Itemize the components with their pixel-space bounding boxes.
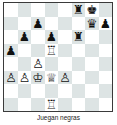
square-h4: [99, 57, 113, 71]
square-d8: [45, 3, 59, 17]
piece-bq-g7: ♛: [86, 17, 97, 30]
piece-bp-a5: ♟: [5, 44, 16, 57]
piece-bp-h7: ♟: [100, 17, 111, 30]
square-a7: [4, 17, 18, 31]
square-h3: [99, 71, 113, 85]
square-a8: [4, 3, 18, 17]
square-e8: [58, 3, 72, 17]
square-f4: [72, 57, 86, 71]
square-e7: [58, 17, 72, 31]
square-h8: [99, 3, 113, 17]
piece-wp-c4: ♙: [32, 57, 43, 70]
piece-bp-b6: ♟: [19, 30, 30, 43]
piece-wr-d5: ♖: [46, 44, 57, 57]
square-a4: [4, 57, 18, 71]
square-b6: ♟: [18, 30, 32, 44]
piece-br-f6: ♜: [73, 30, 84, 43]
square-c2: [31, 84, 45, 98]
piece-wk-c3: ♔: [32, 71, 43, 84]
piece-wq-d3: ♕: [46, 71, 57, 84]
square-c4: ♙: [31, 57, 45, 71]
square-c7: ♟: [31, 17, 45, 31]
square-b3: ♙: [18, 71, 32, 85]
chess-board: ♜♚♟♛♟♟♟♜♟♖♙♙♙♔♕♙♖: [3, 2, 113, 112]
square-e1: [58, 98, 72, 112]
square-a6: [4, 30, 18, 44]
square-d3: ♕: [45, 71, 59, 85]
square-d5: ♖: [45, 44, 59, 58]
square-f1: [72, 98, 86, 112]
square-h2: [99, 84, 113, 98]
square-d7: [45, 17, 59, 31]
square-c5: [31, 44, 45, 58]
square-d4: [45, 57, 59, 71]
square-f5: [72, 44, 86, 58]
square-d1: ♖: [45, 98, 59, 112]
square-e5: [58, 44, 72, 58]
square-g4: [85, 57, 99, 71]
square-f2: [72, 84, 86, 98]
square-a3: ♙: [4, 71, 18, 85]
square-h5: [99, 44, 113, 58]
square-c1: [31, 98, 45, 112]
square-f6: ♜: [72, 30, 86, 44]
square-e2: [58, 84, 72, 98]
square-b5: [18, 44, 32, 58]
square-f7: [72, 17, 86, 31]
piece-wp-b3: ♙: [19, 71, 30, 84]
square-e4: [58, 57, 72, 71]
square-g8: ♚: [85, 3, 99, 17]
piece-br-f8: ♜: [73, 3, 84, 16]
piece-bp-d6: ♟: [46, 30, 57, 43]
square-d2: [45, 84, 59, 98]
square-a5: ♟: [4, 44, 18, 58]
square-h6: [99, 30, 113, 44]
piece-bp-c7: ♟: [32, 17, 43, 30]
square-g1: [85, 98, 99, 112]
square-b4: [18, 57, 32, 71]
square-e6: [58, 30, 72, 44]
square-c3: ♔: [31, 71, 45, 85]
square-b8: [18, 3, 32, 17]
square-b7: [18, 17, 32, 31]
square-g5: [85, 44, 99, 58]
square-g7: ♛: [85, 17, 99, 31]
square-d6: ♟: [45, 30, 59, 44]
square-a2: [4, 84, 18, 98]
square-c8: [31, 3, 45, 17]
square-h1: [99, 98, 113, 112]
square-g2: [85, 84, 99, 98]
diagram-caption: Juegan negras: [0, 114, 117, 122]
piece-wp-e3: ♙: [59, 71, 70, 84]
square-g3: [85, 71, 99, 85]
square-g6: [85, 30, 99, 44]
chess-diagram: ♜♚♟♛♟♟♟♜♟♖♙♙♙♔♕♙♖ Juegan negras: [0, 0, 117, 125]
square-e3: ♙: [58, 71, 72, 85]
square-f8: ♜: [72, 3, 86, 17]
square-c6: [31, 30, 45, 44]
square-b1: [18, 98, 32, 112]
square-f3: [72, 71, 86, 85]
square-a1: [4, 98, 18, 112]
piece-bk-g8: ♚: [86, 3, 97, 16]
square-h7: ♟: [99, 17, 113, 31]
piece-wr-d1: ♖: [46, 98, 57, 111]
piece-wp-a3: ♙: [5, 71, 16, 84]
square-b2: [18, 84, 32, 98]
